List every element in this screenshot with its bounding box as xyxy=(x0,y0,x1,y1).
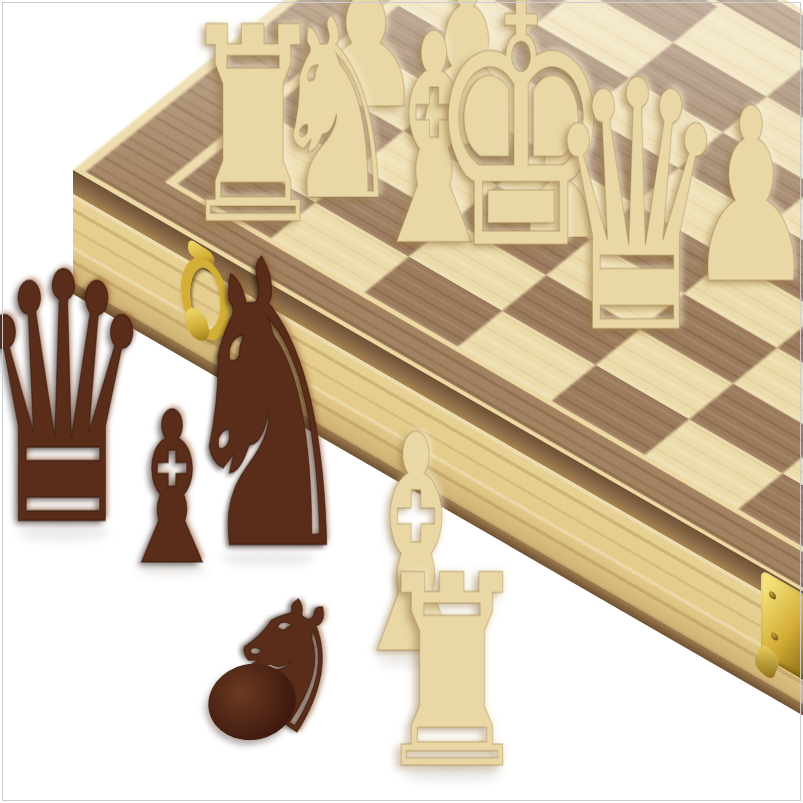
board-light-queen-e1: ♛ xyxy=(544,36,730,381)
product-photo: ♟ ♟ ♞ ♜ ♝ ♟ ♚ ♟ ♛ ♛ ♞ ♝ ♝ ♞ ♜ xyxy=(0,0,803,803)
front-dark-bishop: ♝ xyxy=(114,385,231,595)
front-light-rook: ♜ xyxy=(371,541,533,803)
